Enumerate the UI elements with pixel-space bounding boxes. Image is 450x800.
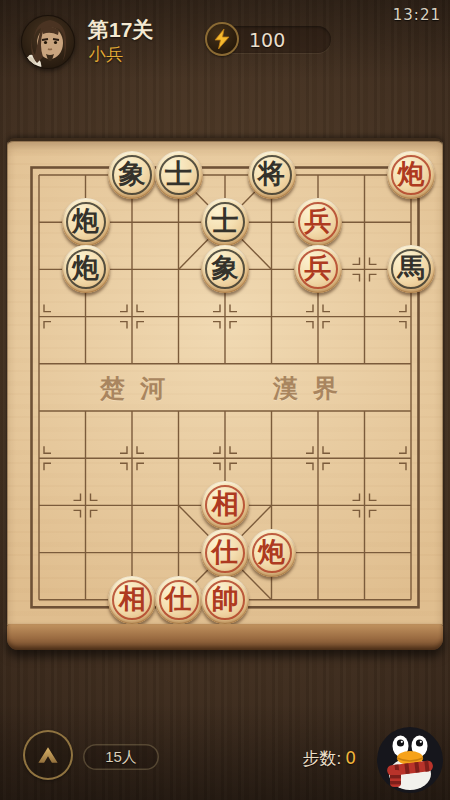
steps-counter: 步数:0 bbox=[302, 747, 356, 770]
energy-pill[interactable]: 100 bbox=[207, 26, 331, 53]
game-screen: 13:21 第17关 bbox=[0, 0, 450, 800]
piece-red-elephant[interactable]: 相 bbox=[201, 481, 249, 529]
piece-black-elephant[interactable]: 象 bbox=[108, 151, 156, 199]
piece-red-advisor[interactable]: 仕 bbox=[155, 576, 203, 624]
piece-black-advisor[interactable]: 士 bbox=[155, 151, 203, 199]
piece-glyph: 象 bbox=[201, 245, 249, 293]
piece-glyph: 仕 bbox=[155, 576, 203, 624]
piece-glyph: 兵 bbox=[294, 198, 342, 246]
piece-black-horse[interactable]: 馬 bbox=[387, 245, 435, 293]
piece-red-cannon[interactable]: 炮 bbox=[248, 529, 296, 577]
piece-glyph: 相 bbox=[201, 481, 249, 529]
piece-glyph: 将 bbox=[248, 151, 296, 199]
piece-glyph: 象 bbox=[108, 151, 156, 199]
piece-glyph: 相 bbox=[108, 576, 156, 624]
energy-value: 100 bbox=[249, 29, 285, 51]
piece-glyph: 兵 bbox=[294, 245, 342, 293]
piece-glyph: 馬 bbox=[387, 245, 435, 293]
piece-glyph: 士 bbox=[201, 198, 249, 246]
piece-black-advisor[interactable]: 士 bbox=[201, 198, 249, 246]
piece-glyph: 士 bbox=[155, 151, 203, 199]
piece-glyph: 帥 bbox=[201, 576, 249, 624]
piece-black-elephant[interactable]: 象 bbox=[201, 245, 249, 293]
player-rank-label: 小兵 bbox=[89, 43, 123, 66]
piece-red-cannon[interactable]: 炮 bbox=[387, 151, 435, 199]
piece-black-general[interactable]: 将 bbox=[248, 151, 296, 199]
board-front-edge bbox=[7, 624, 443, 650]
piece-red-pawn[interactable]: 兵 bbox=[294, 245, 342, 293]
river-label-right: 漢界 bbox=[273, 372, 353, 405]
players-count-pill[interactable]: 15人 bbox=[83, 744, 159, 770]
level-title: 第17关 bbox=[88, 16, 153, 44]
piece-black-cannon[interactable]: 炮 bbox=[62, 245, 110, 293]
piece-glyph: 炮 bbox=[387, 151, 435, 199]
chevron-up-icon bbox=[31, 740, 65, 770]
piece-red-pawn[interactable]: 兵 bbox=[294, 198, 342, 246]
piece-red-advisor[interactable]: 仕 bbox=[201, 529, 249, 577]
piece-glyph: 仕 bbox=[201, 529, 249, 577]
piece-red-general[interactable]: 帥 bbox=[201, 576, 249, 624]
players-count: 15人 bbox=[105, 748, 137, 767]
player-avatar[interactable] bbox=[21, 15, 75, 69]
piece-glyph: 炮 bbox=[62, 198, 110, 246]
piece-glyph: 炮 bbox=[62, 245, 110, 293]
lightning-bolt-icon bbox=[205, 22, 239, 56]
board-surface[interactable]: 楚河 漢界 象士将炮炮士兵炮象兵馬相仕炮相仕帥 bbox=[7, 138, 443, 625]
xiangqi-board[interactable]: 楚河 漢界 象士将炮炮士兵炮象兵馬相仕炮相仕帥 bbox=[7, 138, 443, 650]
qq-penguin-icon[interactable] bbox=[374, 722, 446, 794]
piece-black-cannon[interactable]: 炮 bbox=[62, 198, 110, 246]
steps-value: 0 bbox=[345, 748, 356, 768]
river-label-left: 楚河 bbox=[100, 372, 180, 405]
expand-button[interactable] bbox=[23, 730, 73, 780]
piece-red-elephant[interactable]: 相 bbox=[108, 576, 156, 624]
piece-glyph: 炮 bbox=[248, 529, 296, 577]
avatar-portrait-icon bbox=[21, 15, 75, 69]
status-clock: 13:21 bbox=[393, 6, 441, 24]
steps-label: 步数: bbox=[302, 749, 341, 768]
